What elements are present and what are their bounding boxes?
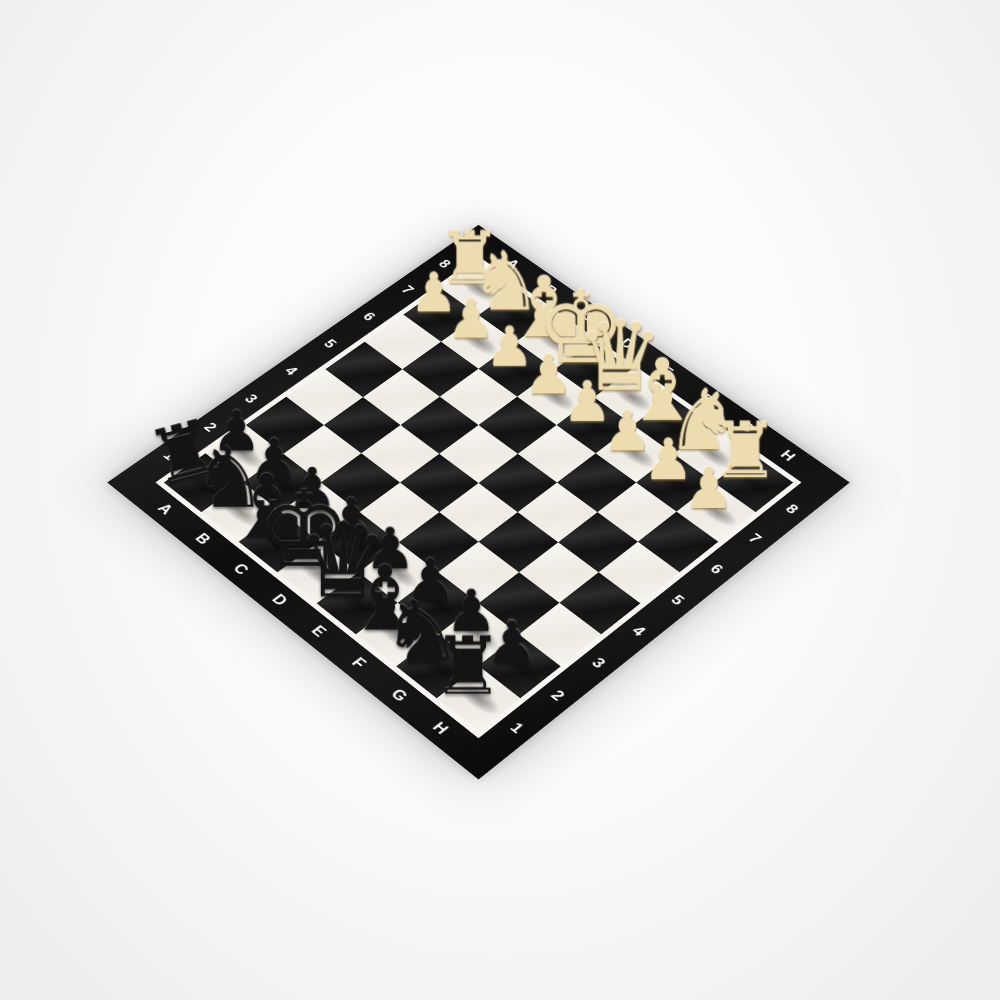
photo-scene: ♜♞♝♚♛♝♞♜♟♟♟♟♟♟♟♟♜♞♝♚♛♝♞♜♟♟♟♟♟♟♟♟ AABBCCD… — [216, 220, 741, 745]
chess-mat: ♜♞♝♚♛♝♞♜♟♟♟♟♟♟♟♟♜♞♝♚♛♝♞♜♟♟♟♟♟♟♟♟ AABBCCD… — [107, 225, 849, 780]
pieces-layer: ♜♞♝♚♛♝♞♜♟♟♟♟♟♟♟♟♜♞♝♚♛♝♞♜♟♟♟♟♟♟♟♟ — [107, 225, 849, 780]
black-rook-glyph: ♜ — [394, 626, 542, 706]
white-pawn-glyph: ♟ — [639, 461, 780, 518]
